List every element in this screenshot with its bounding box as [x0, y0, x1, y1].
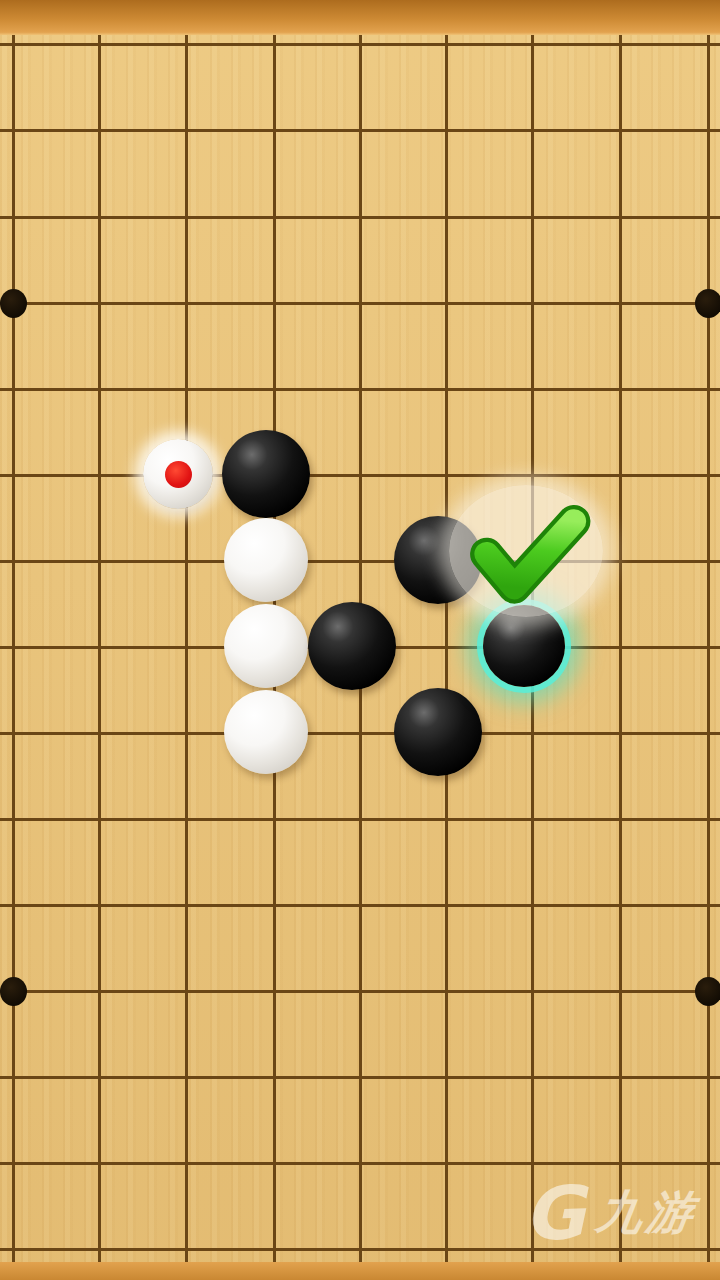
confirm-check-icon[interactable] — [461, 494, 592, 614]
stone-white — [224, 690, 308, 774]
game-screen: G 九游 — [0, 0, 720, 1280]
grid-line-vertical — [707, 35, 710, 1262]
pending-stone-black[interactable] — [483, 605, 565, 687]
jiuyou-watermark-text: 九游 — [592, 1182, 701, 1244]
star-point — [0, 289, 27, 318]
grid-line-vertical — [619, 35, 622, 1262]
grid-line-vertical — [185, 35, 188, 1262]
jiuyou-logo-icon: G — [522, 1175, 599, 1251]
star-point — [695, 977, 720, 1006]
star-point — [695, 289, 720, 318]
hint-stone-white-red-dot — [143, 439, 213, 509]
stone-black — [222, 430, 310, 518]
stone-white — [224, 518, 308, 602]
star-point — [0, 977, 27, 1006]
jiuyou-watermark: G 九游 — [525, 1176, 702, 1250]
board-top-edge — [0, 0, 720, 35]
grid-line-vertical — [445, 35, 448, 1262]
board-bottom-edge — [0, 1262, 720, 1280]
grid-line-vertical — [12, 35, 15, 1262]
gomoku-board[interactable] — [0, 0, 720, 1280]
stone-black — [308, 602, 396, 690]
red-dot-marker — [165, 461, 192, 488]
stone-black — [394, 688, 482, 776]
stone-white — [224, 604, 308, 688]
grid-line-vertical — [98, 35, 101, 1262]
